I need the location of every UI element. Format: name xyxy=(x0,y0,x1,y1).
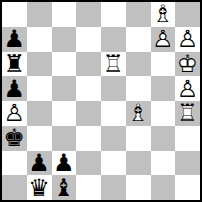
black-rook-a6: ♜ xyxy=(2,52,27,77)
square-c8[interactable] xyxy=(52,2,77,27)
square-a4[interactable]: ♟♙ xyxy=(2,101,27,126)
black-pawn-a5: ♟ xyxy=(2,76,27,101)
square-a8[interactable] xyxy=(2,2,27,27)
square-d4[interactable] xyxy=(76,101,101,126)
black-pawn-c2: ♟ xyxy=(52,151,77,176)
square-h4[interactable]: ♜♖ xyxy=(175,101,200,126)
piece-glyph: ♝ xyxy=(52,175,77,200)
square-f5[interactable] xyxy=(126,76,151,101)
square-h1[interactable] xyxy=(175,175,200,200)
square-a7[interactable]: ♟ xyxy=(2,27,27,52)
piece-glyph: ♖ xyxy=(175,101,200,126)
square-b8[interactable] xyxy=(27,2,52,27)
piece-glyph: ♛ xyxy=(27,175,52,200)
square-f3[interactable] xyxy=(126,126,151,151)
white-rook-h4: ♜♖ xyxy=(175,101,200,126)
piece-glyph: ♖ xyxy=(101,52,126,77)
square-d5[interactable] xyxy=(76,76,101,101)
square-b6[interactable] xyxy=(27,52,52,77)
square-g4[interactable] xyxy=(151,101,176,126)
square-g8[interactable]: ♝♗ xyxy=(151,2,176,27)
square-e6[interactable]: ♜♖ xyxy=(101,52,126,77)
square-c6[interactable] xyxy=(52,52,77,77)
square-b4[interactable] xyxy=(27,101,52,126)
white-bishop-f4: ♝♗ xyxy=(126,101,151,126)
square-g2[interactable] xyxy=(151,151,176,176)
square-g5[interactable] xyxy=(151,76,176,101)
square-f2[interactable] xyxy=(126,151,151,176)
square-e7[interactable] xyxy=(101,27,126,52)
piece-glyph: ♚ xyxy=(2,126,27,151)
white-pawn-g7: ♟♙ xyxy=(151,27,176,52)
square-g1[interactable] xyxy=(151,175,176,200)
piece-glyph: ♗ xyxy=(151,2,176,27)
square-a6[interactable]: ♜ xyxy=(2,52,27,77)
piece-glyph: ♟ xyxy=(2,27,27,52)
piece-glyph: ♙ xyxy=(175,27,200,52)
square-a5[interactable]: ♟ xyxy=(2,76,27,101)
square-c5[interactable] xyxy=(52,76,77,101)
piece-glyph: ♙ xyxy=(175,76,200,101)
square-e8[interactable] xyxy=(101,2,126,27)
square-c1[interactable]: ♝ xyxy=(52,175,77,200)
square-f7[interactable] xyxy=(126,27,151,52)
square-f4[interactable]: ♝♗ xyxy=(126,101,151,126)
square-b5[interactable] xyxy=(27,76,52,101)
square-b2[interactable]: ♟ xyxy=(27,151,52,176)
white-king-h6: ♚♔ xyxy=(175,52,200,77)
square-g3[interactable] xyxy=(151,126,176,151)
square-d1[interactable] xyxy=(76,175,101,200)
white-bishop-g8: ♝♗ xyxy=(151,2,176,27)
square-f1[interactable] xyxy=(126,175,151,200)
white-pawn-h5: ♟♙ xyxy=(175,76,200,101)
square-c7[interactable] xyxy=(52,27,77,52)
square-h3[interactable] xyxy=(175,126,200,151)
white-rook-e6: ♜♖ xyxy=(101,52,126,77)
square-a1[interactable] xyxy=(2,175,27,200)
square-d8[interactable] xyxy=(76,2,101,27)
square-h2[interactable] xyxy=(175,151,200,176)
square-a3[interactable]: ♚ xyxy=(2,126,27,151)
piece-glyph: ♗ xyxy=(126,101,151,126)
black-bishop-c1: ♝ xyxy=(52,175,77,200)
black-pawn-b2: ♟ xyxy=(27,151,52,176)
square-e4[interactable] xyxy=(101,101,126,126)
square-h6[interactable]: ♚♔ xyxy=(175,52,200,77)
square-e5[interactable] xyxy=(101,76,126,101)
piece-glyph: ♔ xyxy=(175,52,200,77)
square-f6[interactable] xyxy=(126,52,151,77)
square-f8[interactable] xyxy=(126,2,151,27)
square-e3[interactable] xyxy=(101,126,126,151)
square-a2[interactable] xyxy=(2,151,27,176)
piece-glyph: ♙ xyxy=(2,101,27,126)
black-queen-b1: ♛ xyxy=(27,175,52,200)
square-b7[interactable] xyxy=(27,27,52,52)
piece-glyph: ♟ xyxy=(27,151,52,176)
piece-glyph: ♙ xyxy=(151,27,176,52)
square-b1[interactable]: ♛ xyxy=(27,175,52,200)
square-h5[interactable]: ♟♙ xyxy=(175,76,200,101)
square-e1[interactable] xyxy=(101,175,126,200)
square-c3[interactable] xyxy=(52,126,77,151)
square-g6[interactable] xyxy=(151,52,176,77)
square-e2[interactable] xyxy=(101,151,126,176)
square-c2[interactable]: ♟ xyxy=(52,151,77,176)
square-h8[interactable] xyxy=(175,2,200,27)
square-h7[interactable]: ♟♙ xyxy=(175,27,200,52)
square-d6[interactable] xyxy=(76,52,101,77)
square-d3[interactable] xyxy=(76,126,101,151)
white-pawn-h7: ♟♙ xyxy=(175,27,200,52)
black-pawn-a7: ♟ xyxy=(2,27,27,52)
square-g7[interactable]: ♟♙ xyxy=(151,27,176,52)
square-b3[interactable] xyxy=(27,126,52,151)
white-pawn-a4: ♟♙ xyxy=(2,101,27,126)
chess-board: ♝♗♟♟♙♟♙♜♜♖♚♔♟♟♙♟♙♝♗♜♖♚♟♟♛♝ xyxy=(0,0,202,202)
square-c4[interactable] xyxy=(52,101,77,126)
square-d2[interactable] xyxy=(76,151,101,176)
piece-glyph: ♟ xyxy=(52,151,77,176)
piece-glyph: ♜ xyxy=(2,52,27,77)
piece-glyph: ♟ xyxy=(2,76,27,101)
square-d7[interactable] xyxy=(76,27,101,52)
black-king-a3: ♚ xyxy=(2,126,27,151)
